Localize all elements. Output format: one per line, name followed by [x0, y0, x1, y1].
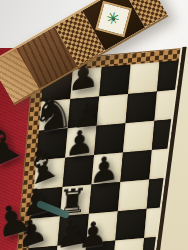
chess-piece-black-pawn: ♟ — [13, 211, 49, 250]
green-star-icon: ✳ — [104, 9, 124, 30]
chess-piece-black-pawn: ♟ — [77, 215, 109, 250]
board-square-d3 — [115, 209, 146, 241]
board-square-d2 — [113, 238, 144, 250]
star-diamond: ✳ — [95, 1, 132, 38]
board-square-c8 — [99, 65, 130, 97]
board-square-d5 — [120, 150, 151, 182]
board-square-d4 — [118, 179, 149, 211]
chess-piece-black-pawn: ♟ — [88, 150, 119, 189]
board-square-d6 — [123, 121, 154, 153]
board-square-d8 — [128, 62, 159, 94]
board-square-d7 — [126, 91, 157, 123]
board-square-c5: ♟ — [91, 153, 122, 185]
photo-chess-scene: ♟♞♟♟♝♟♟♜♟♟♟ ♝♟ ✳ — [0, 0, 188, 250]
board-square-c3: ♟ — [86, 211, 117, 243]
